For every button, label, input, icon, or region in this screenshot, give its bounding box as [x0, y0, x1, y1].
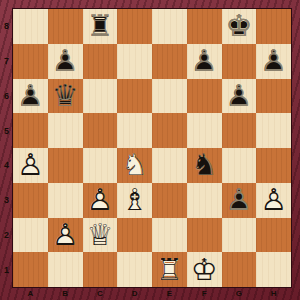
- file-label-h: H: [256, 287, 291, 300]
- square-a6[interactable]: ♟♙: [13, 79, 48, 114]
- square-f6[interactable]: [187, 79, 222, 114]
- square-g4[interactable]: [222, 148, 257, 183]
- square-e5[interactable]: [152, 113, 187, 148]
- white-bishop[interactable]: ♝♗: [117, 183, 152, 218]
- square-b5[interactable]: [48, 113, 83, 148]
- board-frame: 8 7 6 5 4 3 2 1 ♜♖♚♔♟♙♟♙♟♙♟♙♛♕♟♙♟♙♞♘♞♘♟♙…: [0, 0, 300, 300]
- square-a5[interactable]: [13, 113, 48, 148]
- black-knight-glyph: ♞: [187, 148, 222, 183]
- white-pawn[interactable]: ♟♙: [48, 218, 83, 253]
- white-knight-glyph: ♞: [117, 148, 152, 183]
- square-h4[interactable]: [256, 148, 291, 183]
- black-pawn-glyph: ♟: [187, 44, 222, 79]
- white-knight[interactable]: ♞♘: [117, 148, 152, 183]
- square-c5[interactable]: [83, 113, 118, 148]
- rank-label-7: 7: [0, 44, 13, 79]
- black-queen-outline: ♕: [48, 79, 83, 114]
- white-rook-glyph: ♜: [152, 252, 187, 287]
- white-king-glyph: ♚: [187, 252, 222, 287]
- black-pawn[interactable]: ♟♙: [187, 44, 222, 79]
- square-d6[interactable]: [117, 79, 152, 114]
- rank-label-5: 5: [0, 113, 13, 148]
- square-g2[interactable]: [222, 218, 257, 253]
- rank-label-4: 4: [0, 148, 13, 183]
- white-queen[interactable]: ♛♕: [83, 218, 118, 253]
- rank-label-8: 8: [0, 9, 13, 44]
- black-pawn[interactable]: ♟♙: [256, 44, 291, 79]
- black-pawn-outline: ♙: [222, 79, 257, 114]
- rank-label-1: 1: [0, 252, 13, 287]
- white-queen-glyph: ♛: [83, 218, 118, 253]
- square-d7[interactable]: [117, 44, 152, 79]
- white-pawn-outline: ♙: [83, 183, 118, 218]
- square-d2[interactable]: [117, 218, 152, 253]
- square-a1[interactable]: [13, 252, 48, 287]
- square-h8[interactable]: [256, 9, 291, 44]
- square-f8[interactable]: [187, 9, 222, 44]
- square-d8[interactable]: [117, 9, 152, 44]
- square-e4[interactable]: [152, 148, 187, 183]
- black-rook-glyph: ♜: [83, 9, 118, 44]
- square-a4[interactable]: ♟♙: [13, 148, 48, 183]
- square-f7[interactable]: ♟♙: [187, 44, 222, 79]
- square-a8[interactable]: [13, 9, 48, 44]
- black-pawn[interactable]: ♟♙: [13, 79, 48, 114]
- white-pawn[interactable]: ♟♙: [83, 183, 118, 218]
- white-pawn-outline: ♙: [13, 148, 48, 183]
- black-knight[interactable]: ♞♘: [187, 148, 222, 183]
- square-g1[interactable]: [222, 252, 257, 287]
- file-label-e: E: [152, 287, 187, 300]
- square-e6[interactable]: [152, 79, 187, 114]
- square-e2[interactable]: [152, 218, 187, 253]
- square-a3[interactable]: [13, 183, 48, 218]
- square-h6[interactable]: [256, 79, 291, 114]
- white-rook[interactable]: ♜♖: [152, 252, 187, 287]
- square-a2[interactable]: [13, 218, 48, 253]
- file-label-d: D: [117, 287, 152, 300]
- square-e1[interactable]: ♜♖: [152, 252, 187, 287]
- white-pawn-outline: ♙: [256, 183, 291, 218]
- square-c4[interactable]: [83, 148, 118, 183]
- square-g8[interactable]: ♚♔: [222, 9, 257, 44]
- square-h5[interactable]: [256, 113, 291, 148]
- square-e7[interactable]: [152, 44, 187, 79]
- black-knight-outline: ♘: [187, 148, 222, 183]
- white-rook-outline: ♖: [152, 252, 187, 287]
- black-rook-outline: ♖: [83, 9, 118, 44]
- black-pawn-outline: ♙: [256, 44, 291, 79]
- square-h7[interactable]: ♟♙: [256, 44, 291, 79]
- black-pawn-glyph: ♟: [222, 183, 257, 218]
- black-pawn-outline: ♙: [187, 44, 222, 79]
- square-g5[interactable]: [222, 113, 257, 148]
- square-c2[interactable]: ♛♕: [83, 218, 118, 253]
- white-bishop-outline: ♗: [117, 183, 152, 218]
- black-pawn-outline: ♙: [13, 79, 48, 114]
- white-pawn-glyph: ♟: [83, 183, 118, 218]
- black-pawn[interactable]: ♟♙: [48, 44, 83, 79]
- chessboard: ♜♖♚♔♟♙♟♙♟♙♟♙♛♕♟♙♟♙♞♘♞♘♟♙♝♗♟♙♟♙♟♙♛♕♜♖♚♔: [13, 9, 291, 287]
- square-g7[interactable]: [222, 44, 257, 79]
- square-c3[interactable]: ♟♙: [83, 183, 118, 218]
- square-f4[interactable]: ♞♘: [187, 148, 222, 183]
- file-label-g: G: [222, 287, 257, 300]
- square-d4[interactable]: ♞♘: [117, 148, 152, 183]
- square-h3[interactable]: ♟♙: [256, 183, 291, 218]
- square-h2[interactable]: [256, 218, 291, 253]
- square-d5[interactable]: [117, 113, 152, 148]
- rank-label-3: 3: [0, 183, 13, 218]
- square-h1[interactable]: [256, 252, 291, 287]
- black-pawn-outline: ♙: [222, 183, 257, 218]
- white-king-outline: ♔: [187, 252, 222, 287]
- square-a7[interactable]: [13, 44, 48, 79]
- file-label-b: B: [48, 287, 83, 300]
- square-c1[interactable]: [83, 252, 118, 287]
- white-knight-outline: ♘: [117, 148, 152, 183]
- black-pawn[interactable]: ♟♙: [222, 79, 257, 114]
- file-labels: A B C D E F G H: [13, 287, 291, 300]
- square-f2[interactable]: [187, 218, 222, 253]
- square-b2[interactable]: ♟♙: [48, 218, 83, 253]
- square-b4[interactable]: [48, 148, 83, 183]
- square-c8[interactable]: ♜♖: [83, 9, 118, 44]
- black-pawn-glyph: ♟: [222, 79, 257, 114]
- rank-labels: 8 7 6 5 4 3 2 1: [0, 9, 13, 287]
- black-king-glyph: ♚: [222, 9, 257, 44]
- white-pawn-glyph: ♟: [256, 183, 291, 218]
- square-f3[interactable]: [187, 183, 222, 218]
- file-label-c: C: [83, 287, 118, 300]
- square-e3[interactable]: [152, 183, 187, 218]
- black-king[interactable]: ♚♔: [222, 9, 257, 44]
- square-f1[interactable]: ♚♔: [187, 252, 222, 287]
- white-queen-outline: ♕: [83, 218, 118, 253]
- white-bishop-glyph: ♝: [117, 183, 152, 218]
- white-pawn-glyph: ♟: [13, 148, 48, 183]
- white-pawn-outline: ♙: [48, 218, 83, 253]
- black-king-outline: ♔: [222, 9, 257, 44]
- square-d3[interactable]: ♝♗: [117, 183, 152, 218]
- square-f5[interactable]: [187, 113, 222, 148]
- square-b3[interactable]: [48, 183, 83, 218]
- black-queen[interactable]: ♛♕: [48, 79, 83, 114]
- black-pawn-glyph: ♟: [256, 44, 291, 79]
- black-pawn-glyph: ♟: [13, 79, 48, 114]
- rank-label-2: 2: [0, 218, 13, 253]
- square-b6[interactable]: ♛♕: [48, 79, 83, 114]
- rank-label-6: 6: [0, 79, 13, 114]
- file-label-f: F: [187, 287, 222, 300]
- square-g3[interactable]: ♟♙: [222, 183, 257, 218]
- black-rook[interactable]: ♜♖: [83, 9, 118, 44]
- square-b8[interactable]: [48, 9, 83, 44]
- file-label-a: A: [13, 287, 48, 300]
- square-c7[interactable]: [83, 44, 118, 79]
- square-b7[interactable]: ♟♙: [48, 44, 83, 79]
- white-pawn-glyph: ♟: [48, 218, 83, 253]
- square-e8[interactable]: [152, 9, 187, 44]
- black-pawn-outline: ♙: [48, 44, 83, 79]
- white-pawn[interactable]: ♟♙: [13, 148, 48, 183]
- black-queen-glyph: ♛: [48, 79, 83, 114]
- white-king[interactable]: ♚♔: [187, 252, 222, 287]
- square-g6[interactable]: ♟♙: [222, 79, 257, 114]
- white-pawn[interactable]: ♟♙: [256, 183, 291, 218]
- black-pawn[interactable]: ♟♙: [222, 183, 257, 218]
- square-c6[interactable]: [83, 79, 118, 114]
- square-b1[interactable]: [48, 252, 83, 287]
- black-pawn-glyph: ♟: [48, 44, 83, 79]
- square-d1[interactable]: [117, 252, 152, 287]
